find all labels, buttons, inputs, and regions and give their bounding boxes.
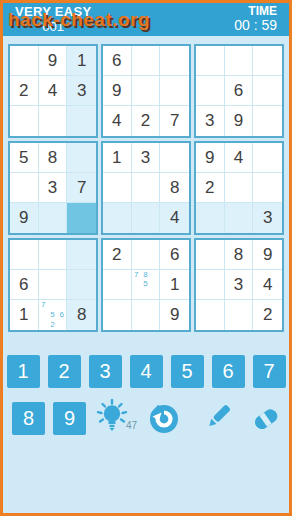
cell-r1c6[interactable] xyxy=(160,46,189,76)
hint-count: 47 xyxy=(126,420,137,431)
cell-r8c3[interactable] xyxy=(67,270,96,300)
cell-r8c4[interactable] xyxy=(103,270,132,300)
note-mark: 5 xyxy=(48,310,57,320)
cell-r4c3[interactable] xyxy=(67,143,96,173)
cell-r9c4[interactable] xyxy=(103,300,132,330)
cell-r2c6[interactable] xyxy=(160,76,189,106)
box-3: 639 xyxy=(194,44,284,138)
note-mark: 7 xyxy=(39,300,48,310)
cell-r4c7[interactable]: 9 xyxy=(196,143,225,173)
cell-r5c3[interactable]: 7 xyxy=(67,173,96,203)
cell-r7c6[interactable]: 6 xyxy=(160,240,189,270)
pencil-button[interactable] xyxy=(203,402,233,436)
cell-r7c5[interactable] xyxy=(132,240,161,270)
box-5: 1384 xyxy=(101,141,191,235)
number-pad-row-1: 1 2 3 4 5 6 7 xyxy=(3,355,289,388)
number-button-6[interactable]: 6 xyxy=(212,355,245,388)
cell-r9c1[interactable]: 1 xyxy=(10,300,39,330)
cell-r3c5[interactable]: 2 xyxy=(132,106,161,136)
pencil-icon xyxy=(203,418,233,435)
cell-r2c9[interactable] xyxy=(253,76,282,106)
cell-r8c9[interactable]: 4 xyxy=(253,270,282,300)
box-1: 91243 xyxy=(8,44,98,138)
cell-r8c7[interactable] xyxy=(196,270,225,300)
note-mark xyxy=(150,280,159,290)
number-pad-row-2: 8 9 47 xyxy=(3,400,289,442)
note-mark: 5 xyxy=(141,280,150,290)
note-mark xyxy=(150,289,159,299)
cell-r1c7[interactable] xyxy=(196,46,225,76)
time-value: 00 : 59 xyxy=(234,18,277,33)
lightbulb-icon xyxy=(95,399,129,439)
cell-r7c4[interactable]: 2 xyxy=(103,240,132,270)
cell-r8c8[interactable]: 3 xyxy=(225,270,254,300)
cell-r2c7[interactable] xyxy=(196,76,225,106)
cell-r9c2[interactable]: 7562 xyxy=(39,300,68,330)
box-9: 89342 xyxy=(194,238,284,332)
cell-r4c5[interactable]: 3 xyxy=(132,143,161,173)
box-2: 69427 xyxy=(101,44,191,138)
cell-r6c8[interactable] xyxy=(225,203,254,233)
box-6: 9423 xyxy=(194,141,284,235)
box-7: 6175628 xyxy=(8,238,98,332)
cell-r2c4[interactable]: 9 xyxy=(103,76,132,106)
number-button-3[interactable]: 3 xyxy=(89,355,122,388)
undo-icon xyxy=(149,420,179,437)
cell-r3c7[interactable]: 3 xyxy=(196,106,225,136)
cell-r1c8[interactable] xyxy=(225,46,254,76)
cell-r6c4[interactable] xyxy=(103,203,132,233)
note-mark: 7 xyxy=(132,270,141,280)
cell-r8c1[interactable]: 6 xyxy=(10,270,39,300)
cell-r3c6[interactable]: 7 xyxy=(160,106,189,136)
note-mark xyxy=(141,289,150,299)
timer-block: TIME 00 : 59 xyxy=(234,5,277,34)
cell-r3c8[interactable]: 9 xyxy=(225,106,254,136)
note-mark: 8 xyxy=(141,270,150,280)
note-mark: 2 xyxy=(48,320,57,330)
cell-r4c9[interactable] xyxy=(253,143,282,173)
cell-r9c9[interactable]: 2 xyxy=(253,300,282,330)
cell-r2c1[interactable]: 2 xyxy=(10,76,39,106)
cell-r8c5[interactable]: 785 xyxy=(132,270,161,300)
note-mark xyxy=(48,300,57,310)
cell-r3c2[interactable] xyxy=(39,106,68,136)
number-button-7[interactable]: 7 xyxy=(253,355,286,388)
number-button-5[interactable]: 5 xyxy=(171,355,204,388)
cell-r6c2[interactable] xyxy=(39,203,68,233)
box-4: 58379 xyxy=(8,141,98,235)
cell-r9c8[interactable] xyxy=(225,300,254,330)
cell-r5c7[interactable]: 2 xyxy=(196,173,225,203)
cell-r1c1[interactable] xyxy=(10,46,39,76)
cell-r1c3[interactable]: 1 xyxy=(67,46,96,76)
cell-r7c7[interactable] xyxy=(196,240,225,270)
note-mark xyxy=(57,300,66,310)
cell-r6c7[interactable] xyxy=(196,203,225,233)
cell-r2c8[interactable]: 6 xyxy=(225,76,254,106)
number-button-2[interactable]: 2 xyxy=(48,355,81,388)
cell-r2c3[interactable]: 3 xyxy=(67,76,96,106)
cell-r2c2[interactable]: 4 xyxy=(39,76,68,106)
cell-r7c1[interactable] xyxy=(10,240,39,270)
sudoku-board: 9124369427639583791384942361756282678519… xyxy=(8,44,284,332)
box-8: 2678519 xyxy=(101,238,191,332)
cell-r1c9[interactable] xyxy=(253,46,282,76)
note-mark xyxy=(150,270,159,280)
hint-button[interactable]: 47 xyxy=(95,399,137,439)
cell-r4c2[interactable]: 8 xyxy=(39,143,68,173)
note-mark xyxy=(57,320,66,330)
cell-r6c1[interactable]: 9 xyxy=(10,203,39,233)
note-mark xyxy=(132,280,141,290)
cell-r5c2[interactable]: 3 xyxy=(39,173,68,203)
cell-r4c1[interactable]: 5 xyxy=(10,143,39,173)
number-button-8[interactable]: 8 xyxy=(12,402,45,435)
cell-r8c2[interactable] xyxy=(39,270,68,300)
cell-r5c8[interactable] xyxy=(225,173,254,203)
cell-r3c9[interactable] xyxy=(253,106,282,136)
cell-r4c6[interactable] xyxy=(160,143,189,173)
cell-r9c7[interactable] xyxy=(196,300,225,330)
cell-r1c2[interactable]: 9 xyxy=(39,46,68,76)
cell-r9c5[interactable] xyxy=(132,300,161,330)
cell-r4c4[interactable]: 1 xyxy=(103,143,132,173)
pencil-marks: 7562 xyxy=(39,300,67,330)
cell-r7c2[interactable] xyxy=(39,240,68,270)
eraser-button[interactable] xyxy=(248,404,284,438)
cell-r4c8[interactable]: 4 xyxy=(225,143,254,173)
number-button-9[interactable]: 9 xyxy=(53,402,86,435)
cell-r6c6[interactable]: 4 xyxy=(160,203,189,233)
cell-r7c8[interactable]: 8 xyxy=(225,240,254,270)
cell-r9c3[interactable]: 8 xyxy=(67,300,96,330)
eraser-icon xyxy=(248,420,284,437)
watermark-text: hack-cheat.org xyxy=(8,9,150,31)
cell-r6c3[interactable] xyxy=(67,203,96,233)
note-mark: 6 xyxy=(57,310,66,320)
note-mark xyxy=(39,310,48,320)
cell-r1c4[interactable]: 6 xyxy=(103,46,132,76)
cell-r3c1[interactable] xyxy=(10,106,39,136)
undo-button[interactable] xyxy=(149,404,179,438)
cell-r5c5[interactable] xyxy=(132,173,161,203)
cell-r8c6[interactable]: 1 xyxy=(160,270,189,300)
cell-r7c3[interactable] xyxy=(67,240,96,270)
note-mark xyxy=(39,320,48,330)
cell-r1c5[interactable] xyxy=(132,46,161,76)
cell-r5c9[interactable] xyxy=(253,173,282,203)
cell-r5c4[interactable] xyxy=(103,173,132,203)
cell-r3c4[interactable]: 4 xyxy=(103,106,132,136)
cell-r6c5[interactable] xyxy=(132,203,161,233)
note-mark xyxy=(132,289,141,299)
cell-r2c5[interactable] xyxy=(132,76,161,106)
cell-r3c3[interactable] xyxy=(67,106,96,136)
cell-r5c6[interactable]: 8 xyxy=(160,173,189,203)
cell-r7c9[interactable]: 9 xyxy=(253,240,282,270)
cell-r6c9[interactable]: 3 xyxy=(253,203,282,233)
pencil-marks: 785 xyxy=(132,270,160,299)
number-button-4[interactable]: 4 xyxy=(130,355,163,388)
cell-r9c6[interactable]: 9 xyxy=(160,300,189,330)
number-button-1[interactable]: 1 xyxy=(7,355,40,388)
cell-r5c1[interactable] xyxy=(10,173,39,203)
